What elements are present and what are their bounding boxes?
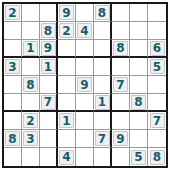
cell-r3c3: 9 xyxy=(40,40,58,58)
cell-r5c5: 9 xyxy=(76,76,94,94)
cell-r9c8: 5 xyxy=(130,148,148,166)
cell-r5c1[interactable] xyxy=(4,76,22,94)
cell-r7c1[interactable] xyxy=(4,112,22,130)
given-digit: 8 xyxy=(5,131,20,146)
cell-r4c5[interactable] xyxy=(76,58,94,76)
given-digit: 9 xyxy=(113,131,128,146)
sudoku-widget: 29882419863158977182178379458 xyxy=(0,0,170,170)
cell-r7c3[interactable] xyxy=(40,112,58,130)
cell-r5c3[interactable] xyxy=(40,76,58,94)
cell-r4c2[interactable] xyxy=(22,58,40,76)
cell-r5c2: 8 xyxy=(22,76,40,94)
cell-r8c4[interactable] xyxy=(58,130,76,148)
cell-r9c5[interactable] xyxy=(76,148,94,166)
cell-r2c6[interactable] xyxy=(94,22,112,40)
given-digit: 8 xyxy=(150,150,165,165)
cell-r8c8[interactable] xyxy=(130,130,148,148)
given-digit: 3 xyxy=(23,131,38,146)
cell-r1c2[interactable] xyxy=(22,4,40,22)
cell-r7c2: 2 xyxy=(22,112,40,130)
cell-r6c8: 8 xyxy=(130,94,148,112)
cell-r6c3: 7 xyxy=(40,94,58,112)
given-digit: 4 xyxy=(59,150,74,165)
cell-r2c3: 8 xyxy=(40,22,58,40)
cell-r3c9: 6 xyxy=(148,40,166,58)
sudoku-board: 29882419863158977182178379458 xyxy=(2,2,168,168)
cell-r8c1: 8 xyxy=(4,130,22,148)
cell-r8c2: 3 xyxy=(22,130,40,148)
cell-r1c5[interactable] xyxy=(76,4,94,22)
cell-r4c8[interactable] xyxy=(130,58,148,76)
cell-r4c6[interactable] xyxy=(94,58,112,76)
given-digit: 9 xyxy=(41,41,56,56)
given-digit: 8 xyxy=(131,95,146,110)
cell-r1c9[interactable] xyxy=(148,4,166,22)
given-digit: 6 xyxy=(150,41,165,56)
given-digit: 8 xyxy=(95,5,110,20)
cell-r6c5[interactable] xyxy=(76,94,94,112)
cell-r6c1[interactable] xyxy=(4,94,22,112)
cell-r2c7[interactable] xyxy=(112,22,130,40)
cell-r6c2[interactable] xyxy=(22,94,40,112)
given-digit: 7 xyxy=(41,95,56,110)
cell-r8c6: 7 xyxy=(94,130,112,148)
cell-r1c4: 9 xyxy=(58,4,76,22)
given-digit: 4 xyxy=(77,23,92,38)
cell-r7c6[interactable] xyxy=(94,112,112,130)
given-digit: 8 xyxy=(113,41,128,56)
cell-r9c6[interactable] xyxy=(94,148,112,166)
given-digit: 9 xyxy=(77,77,92,92)
cell-r5c7: 7 xyxy=(112,76,130,94)
cell-r8c3[interactable] xyxy=(40,130,58,148)
cell-r3c6[interactable] xyxy=(94,40,112,58)
cell-r5c4[interactable] xyxy=(58,76,76,94)
cell-r5c8[interactable] xyxy=(130,76,148,94)
given-digit: 5 xyxy=(150,59,165,74)
cell-r2c8[interactable] xyxy=(130,22,148,40)
cell-r6c7[interactable] xyxy=(112,94,130,112)
cell-r9c4: 4 xyxy=(58,148,76,166)
cell-r9c1[interactable] xyxy=(4,148,22,166)
cell-r7c8[interactable] xyxy=(130,112,148,130)
given-digit: 2 xyxy=(5,5,20,20)
cell-r7c5[interactable] xyxy=(76,112,94,130)
given-digit: 7 xyxy=(113,77,128,92)
cell-r3c4[interactable] xyxy=(58,40,76,58)
cell-r4c3: 1 xyxy=(40,58,58,76)
given-digit: 2 xyxy=(59,23,74,38)
cell-r2c5: 4 xyxy=(76,22,94,40)
cell-r2c9[interactable] xyxy=(148,22,166,40)
cell-r9c3[interactable] xyxy=(40,148,58,166)
cell-r2c4: 2 xyxy=(58,22,76,40)
cell-r8c5[interactable] xyxy=(76,130,94,148)
cell-r6c9[interactable] xyxy=(148,94,166,112)
cell-r7c9: 7 xyxy=(148,112,166,130)
cell-r5c9[interactable] xyxy=(148,76,166,94)
cell-r4c1: 3 xyxy=(4,58,22,76)
cell-r2c1[interactable] xyxy=(4,22,22,40)
cell-r6c6: 1 xyxy=(94,94,112,112)
cell-r4c7[interactable] xyxy=(112,58,130,76)
cell-r1c1: 2 xyxy=(4,4,22,22)
cell-r8c7: 9 xyxy=(112,130,130,148)
given-digit: 5 xyxy=(131,150,146,165)
cell-r1c8[interactable] xyxy=(130,4,148,22)
cell-r3c1[interactable] xyxy=(4,40,22,58)
given-digit: 3 xyxy=(5,59,20,74)
given-digit: 8 xyxy=(41,23,56,38)
cell-r4c4[interactable] xyxy=(58,58,76,76)
cell-r3c2: 1 xyxy=(22,40,40,58)
cell-r9c9: 8 xyxy=(148,148,166,166)
cell-r1c6: 8 xyxy=(94,4,112,22)
given-digit: 7 xyxy=(150,113,165,128)
cell-r3c7: 8 xyxy=(112,40,130,58)
cell-r7c4: 1 xyxy=(58,112,76,130)
cell-r6c4[interactable] xyxy=(58,94,76,112)
given-digit: 1 xyxy=(59,113,74,128)
given-digit: 1 xyxy=(23,41,38,56)
cell-r3c8[interactable] xyxy=(130,40,148,58)
given-digit: 9 xyxy=(59,5,74,20)
cell-r2c2[interactable] xyxy=(22,22,40,40)
given-digit: 7 xyxy=(95,131,110,146)
cell-r3c5[interactable] xyxy=(76,40,94,58)
given-digit: 8 xyxy=(23,77,38,92)
given-digit: 1 xyxy=(95,95,110,110)
cell-r1c3[interactable] xyxy=(40,4,58,22)
cell-r8c9[interactable] xyxy=(148,130,166,148)
given-digit: 1 xyxy=(41,59,56,74)
cell-r9c2[interactable] xyxy=(22,148,40,166)
cell-r5c6[interactable] xyxy=(94,76,112,94)
given-digit: 2 xyxy=(23,113,38,128)
cell-r9c7[interactable] xyxy=(112,148,130,166)
cell-r4c9: 5 xyxy=(148,58,166,76)
cell-r7c7[interactable] xyxy=(112,112,130,130)
cell-r1c7[interactable] xyxy=(112,4,130,22)
